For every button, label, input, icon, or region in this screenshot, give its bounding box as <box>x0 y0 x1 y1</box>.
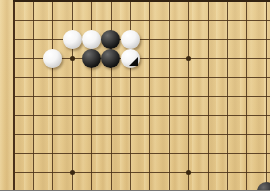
black-stone-F16 <box>101 49 120 68</box>
intersection-F16 <box>101 49 120 68</box>
star-point-cell[interactable] <box>62 49 81 68</box>
last-move-marker <box>129 57 138 66</box>
star-point <box>70 170 75 175</box>
intersection-C16 <box>43 49 62 68</box>
intersection-O9 <box>256 182 270 191</box>
intersection-G17 <box>121 30 140 49</box>
star-point-cell[interactable] <box>179 49 198 68</box>
white-stone-D17 <box>63 30 82 49</box>
intersection-G16 <box>121 49 140 68</box>
board-grid[interactable] <box>4 0 270 190</box>
white-stone-C16 <box>43 49 62 68</box>
star-point-cell[interactable] <box>62 163 81 182</box>
star-point <box>186 170 191 175</box>
intersection-E17 <box>82 30 101 49</box>
star-point <box>70 56 75 61</box>
star-point-cell[interactable] <box>179 163 198 182</box>
black-stone-O9 <box>257 182 270 191</box>
intersection-D17 <box>62 30 81 49</box>
black-stone-E16 <box>82 49 101 68</box>
go-board[interactable] <box>0 0 270 190</box>
white-stone-G16 <box>121 49 140 68</box>
white-stone-G17 <box>121 30 140 49</box>
intersection-F17 <box>101 30 120 49</box>
intersection-E16 <box>82 49 101 68</box>
black-stone-F17 <box>101 30 120 49</box>
star-point <box>186 56 191 61</box>
white-stone-E17 <box>82 30 101 49</box>
